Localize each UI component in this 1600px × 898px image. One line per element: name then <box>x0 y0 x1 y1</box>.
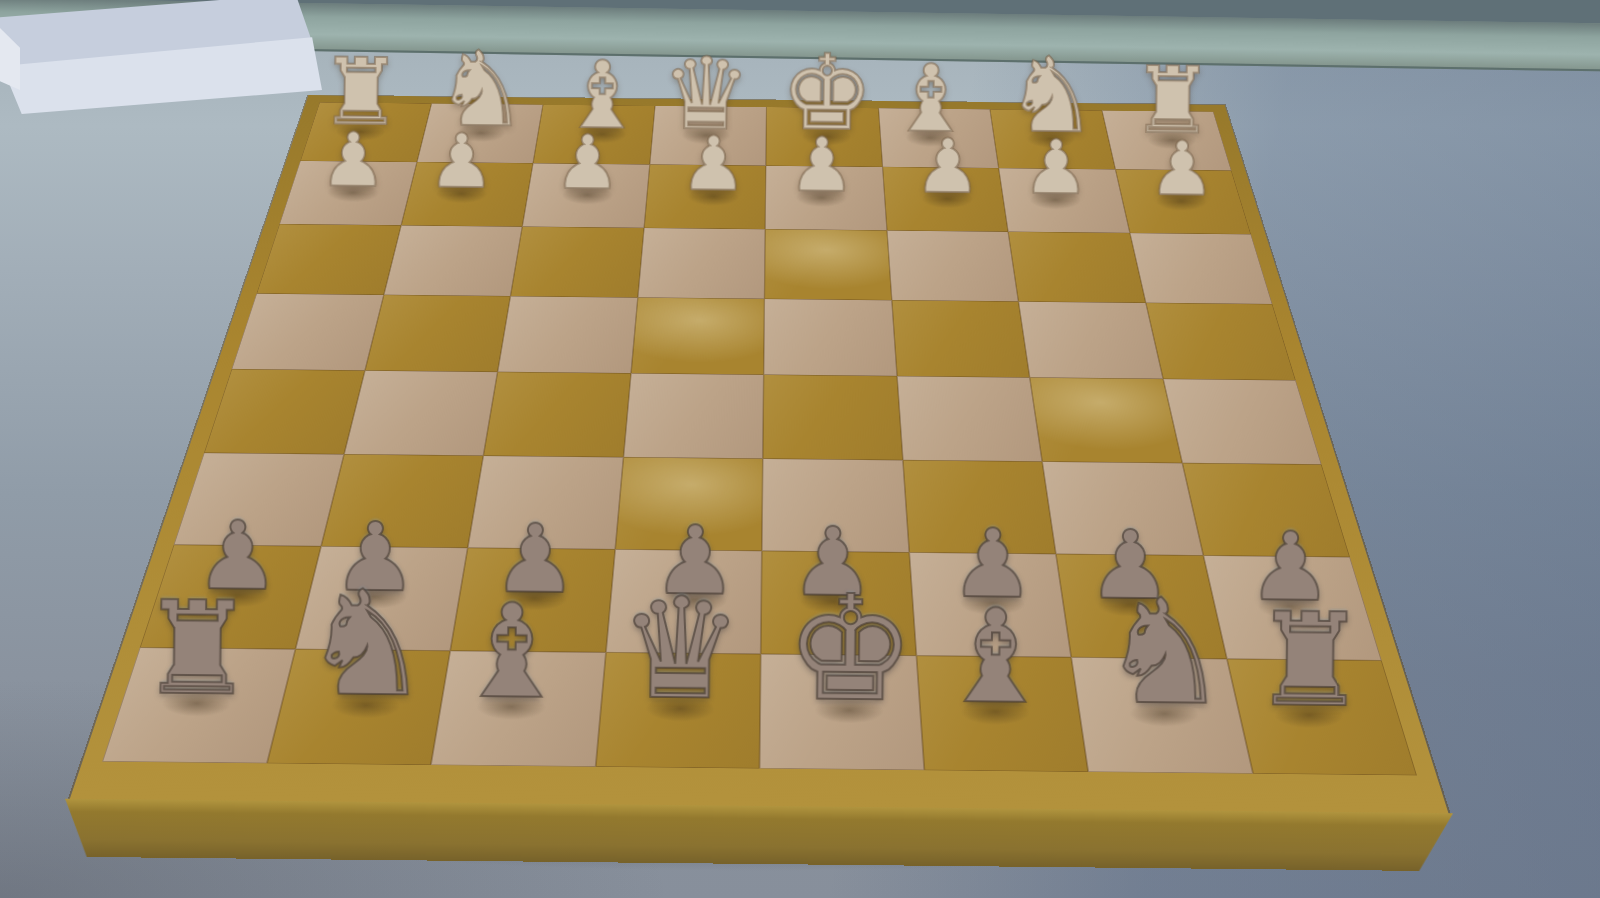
pieces-layer: ♜♞♝♛♚♝♞♜♟♟♟♟♟♟♟♟♟♟♟♟♟♟♟♟♜♞♝♛♚♝♞♜ <box>69 0 1463 815</box>
rook-glyph: ♜ <box>1252 596 1369 726</box>
pawn-glyph: ♟ <box>320 123 388 198</box>
king-glyph: ♚ <box>784 576 915 722</box>
museum-photo-canvas: { "game": "chess", "scene": { "setting":… <box>0 0 1600 898</box>
pawn-glyph: ♟ <box>914 130 982 205</box>
rook-glyph: ♜ <box>139 585 256 715</box>
pawn-glyph: ♟ <box>788 128 856 203</box>
pawn-glyph: ♟ <box>1022 131 1090 206</box>
bishop-glyph: ♝ <box>453 587 571 718</box>
knight-glyph: ♞ <box>1099 580 1230 726</box>
pawn-glyph: ♟ <box>554 126 622 201</box>
bishop-glyph: ♝ <box>937 592 1055 723</box>
pawn-glyph: ♟ <box>680 127 748 202</box>
knight-glyph: ♞ <box>301 571 432 717</box>
pawn-glyph: ♟ <box>1148 132 1216 207</box>
queen-glyph: ♛ <box>618 580 744 720</box>
chessboard-area: ♜♞♝♛♚♝♞♜♟♟♟♟♟♟♟♟♟♟♟♟♟♟♟♟♜♞♝♛♚♝♞♜ <box>69 0 1463 815</box>
pawn-glyph: ♟ <box>428 125 496 200</box>
